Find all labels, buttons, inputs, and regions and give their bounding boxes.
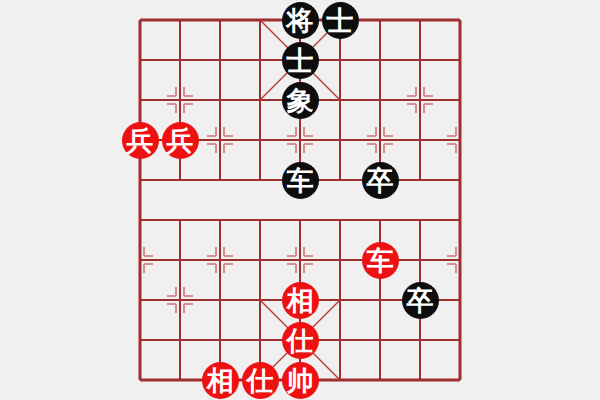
piece-black-general[interactable]: 将 — [282, 2, 319, 39]
piece-black-chariot[interactable]: 车 — [282, 162, 319, 199]
xiangqi-board: 将士士象兵兵车卒车相卒仕相仕帅 — [0, 0, 600, 400]
piece-black-elephant[interactable]: 象 — [282, 82, 319, 119]
piece-red-advisor[interactable]: 仕 — [242, 362, 279, 399]
piece-black-advisor[interactable]: 士 — [322, 2, 359, 39]
piece-red-soldier[interactable]: 兵 — [162, 122, 199, 159]
piece-red-chariot[interactable]: 车 — [362, 242, 399, 279]
piece-black-advisor[interactable]: 士 — [282, 42, 319, 79]
pieces-layer: 将士士象兵兵车卒车相卒仕相仕帅 — [0, 0, 600, 400]
piece-black-soldier[interactable]: 卒 — [362, 162, 399, 199]
piece-red-general[interactable]: 帅 — [282, 362, 319, 399]
piece-red-elephant[interactable]: 相 — [282, 282, 319, 319]
piece-red-soldier[interactable]: 兵 — [122, 122, 159, 159]
piece-red-elephant[interactable]: 相 — [202, 362, 239, 399]
piece-black-soldier[interactable]: 卒 — [402, 282, 439, 319]
piece-red-advisor[interactable]: 仕 — [282, 322, 319, 359]
